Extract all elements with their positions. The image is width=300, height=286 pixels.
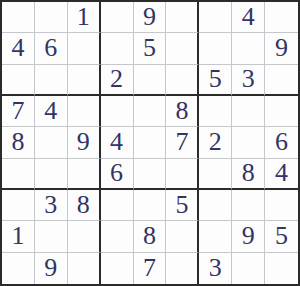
cell-r3c9[interactable]	[265, 65, 298, 96]
cell-r3c8[interactable]: 3	[232, 65, 265, 96]
cell-r3c6[interactable]	[166, 65, 199, 96]
cell-r5c9[interactable]: 6	[265, 127, 298, 158]
cell-r4c7[interactable]	[199, 96, 232, 127]
cell-r7c8[interactable]	[232, 190, 265, 221]
cell-r8c2[interactable]	[35, 221, 68, 252]
cell-r4c5[interactable]	[134, 96, 167, 127]
cell-r6c7[interactable]	[199, 159, 232, 190]
cell-r9c8[interactable]	[232, 253, 265, 284]
cell-r4c6[interactable]: 8	[166, 96, 199, 127]
cell-r3c5[interactable]	[134, 65, 167, 96]
cell-r2c8[interactable]	[232, 33, 265, 64]
cell-r8c8[interactable]: 9	[232, 221, 265, 252]
cell-r9c1[interactable]	[2, 253, 35, 284]
cell-r5c6[interactable]: 7	[166, 127, 199, 158]
cell-r8c1[interactable]: 1	[2, 221, 35, 252]
cell-r1c5[interactable]: 9	[134, 2, 167, 33]
cell-r8c9[interactable]: 5	[265, 221, 298, 252]
cell-r9c4[interactable]	[101, 253, 134, 284]
cell-r8c3[interactable]	[68, 221, 101, 252]
cell-r6c8[interactable]: 8	[232, 159, 265, 190]
cell-r7c5[interactable]	[134, 190, 167, 221]
cell-r8c4[interactable]	[101, 221, 134, 252]
cell-r3c3[interactable]	[68, 65, 101, 96]
cell-r5c8[interactable]	[232, 127, 265, 158]
cell-r9c2[interactable]: 9	[35, 253, 68, 284]
cell-r3c2[interactable]	[35, 65, 68, 96]
cell-r3c7[interactable]: 5	[199, 65, 232, 96]
cell-r9c6[interactable]	[166, 253, 199, 284]
cell-r7c9[interactable]	[265, 190, 298, 221]
cell-r6c1[interactable]	[2, 159, 35, 190]
cell-r2c4[interactable]	[101, 33, 134, 64]
cell-r8c6[interactable]	[166, 221, 199, 252]
cell-r4c3[interactable]	[68, 96, 101, 127]
cell-r1c9[interactable]	[265, 2, 298, 33]
cell-r1c6[interactable]	[166, 2, 199, 33]
cell-r1c7[interactable]	[199, 2, 232, 33]
cell-r6c3[interactable]	[68, 159, 101, 190]
cell-r2c9[interactable]: 9	[265, 33, 298, 64]
cell-r6c4[interactable]: 6	[101, 159, 134, 190]
cell-r9c9[interactable]	[265, 253, 298, 284]
cell-r2c1[interactable]: 4	[2, 33, 35, 64]
cell-r4c1[interactable]: 7	[2, 96, 35, 127]
cell-r5c5[interactable]	[134, 127, 167, 158]
cell-r9c3[interactable]	[68, 253, 101, 284]
cell-r6c5[interactable]	[134, 159, 167, 190]
cell-r1c3[interactable]: 1	[68, 2, 101, 33]
cell-r2c5[interactable]: 5	[134, 33, 167, 64]
cell-r5c1[interactable]: 8	[2, 127, 35, 158]
cell-r7c6[interactable]: 5	[166, 190, 199, 221]
cell-r7c1[interactable]	[2, 190, 35, 221]
cell-r7c3[interactable]: 8	[68, 190, 101, 221]
cell-r2c2[interactable]: 6	[35, 33, 68, 64]
cell-r6c9[interactable]: 4	[265, 159, 298, 190]
cell-r1c8[interactable]: 4	[232, 2, 265, 33]
cell-r4c2[interactable]: 4	[35, 96, 68, 127]
cell-r1c1[interactable]	[2, 2, 35, 33]
cell-r1c4[interactable]	[101, 2, 134, 33]
cell-r9c7[interactable]: 3	[199, 253, 232, 284]
cell-r7c2[interactable]: 3	[35, 190, 68, 221]
cell-r6c2[interactable]	[35, 159, 68, 190]
cell-r5c7[interactable]: 2	[199, 127, 232, 158]
cell-r3c1[interactable]	[2, 65, 35, 96]
cell-r4c9[interactable]	[265, 96, 298, 127]
cell-r6c6[interactable]	[166, 159, 199, 190]
sudoku-board: 19446592537488947266843851895973	[0, 0, 300, 286]
cell-r1c2[interactable]	[35, 2, 68, 33]
cell-r7c7[interactable]	[199, 190, 232, 221]
cell-r2c7[interactable]	[199, 33, 232, 64]
cell-r9c5[interactable]: 7	[134, 253, 167, 284]
cell-r7c4[interactable]	[101, 190, 134, 221]
cell-r4c4[interactable]	[101, 96, 134, 127]
cell-r4c8[interactable]	[232, 96, 265, 127]
cell-r5c3[interactable]: 9	[68, 127, 101, 158]
cell-r2c6[interactable]	[166, 33, 199, 64]
cell-r2c3[interactable]	[68, 33, 101, 64]
cell-r3c4[interactable]: 2	[101, 65, 134, 96]
cell-r5c2[interactable]	[35, 127, 68, 158]
cell-r8c5[interactable]: 8	[134, 221, 167, 252]
cell-r8c7[interactable]	[199, 221, 232, 252]
cell-r5c4[interactable]: 4	[101, 127, 134, 158]
